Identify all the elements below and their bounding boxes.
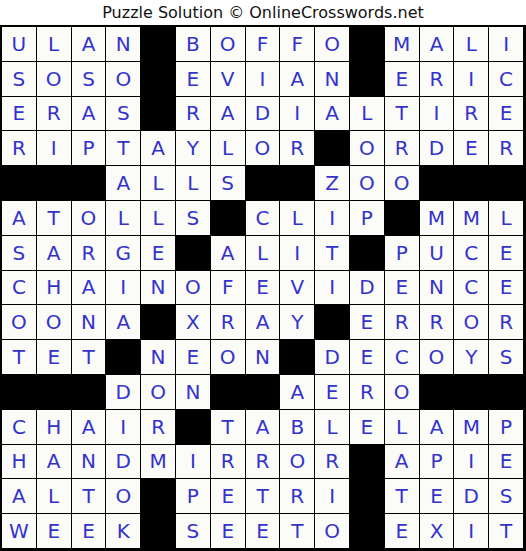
letter-cell: R (420, 62, 455, 97)
letter-cell: E (350, 410, 385, 445)
letter-cell: O (350, 131, 385, 166)
letter-cell: P (385, 236, 420, 271)
letter-cell: E (420, 479, 455, 514)
letter-cell: R (141, 410, 176, 445)
block-cell (37, 375, 72, 410)
letter-cell: O (106, 62, 141, 97)
letter-cell: N (72, 305, 107, 340)
letter-cell: O (141, 375, 176, 410)
letter-cell: S (489, 340, 524, 375)
letter-cell: E (315, 375, 350, 410)
letter-cell: L (454, 27, 489, 62)
block-cell (176, 410, 211, 445)
letter-cell: T (246, 479, 281, 514)
letter-cell: O (106, 479, 141, 514)
letter-cell: H (37, 271, 72, 306)
letter-cell: M (141, 445, 176, 480)
letter-cell: P (350, 201, 385, 236)
block-cell (141, 479, 176, 514)
letter-cell: N (106, 27, 141, 62)
block-cell (350, 236, 385, 271)
letter-cell: L (141, 166, 176, 201)
letter-cell: A (385, 445, 420, 480)
letter-cell: R (211, 445, 246, 480)
letter-cell: E (176, 340, 211, 375)
block-cell (141, 27, 176, 62)
letter-cell: R (385, 131, 420, 166)
letter-cell: E (489, 271, 524, 306)
letter-cell: Y (454, 340, 489, 375)
letter-cell: R (489, 305, 524, 340)
block-cell (350, 62, 385, 97)
letter-cell: W (2, 514, 37, 549)
letter-cell: G (106, 236, 141, 271)
letter-cell: E (454, 131, 489, 166)
letter-cell: I (315, 479, 350, 514)
block-cell (72, 375, 107, 410)
letter-cell: L (280, 201, 315, 236)
letter-cell: L (106, 201, 141, 236)
letter-cell: C (489, 62, 524, 97)
letter-cell: K (106, 514, 141, 549)
letter-cell: N (176, 375, 211, 410)
block-cell (489, 375, 524, 410)
letter-cell: M (454, 201, 489, 236)
letter-cell: N (315, 62, 350, 97)
letter-cell: T (2, 340, 37, 375)
letter-cell: O (385, 166, 420, 201)
letter-cell: V (211, 62, 246, 97)
block-cell (246, 375, 281, 410)
letter-cell: A (420, 27, 455, 62)
letter-cell: A (280, 62, 315, 97)
letter-cell: I (106, 271, 141, 306)
letter-cell: A (72, 97, 107, 132)
page-title: Puzzle Solution © OnlineCrosswords.net (102, 3, 424, 22)
letter-cell: A (106, 166, 141, 201)
letter-cell: L (489, 201, 524, 236)
letter-cell: A (37, 236, 72, 271)
letter-cell: H (37, 410, 72, 445)
letter-cell: D (106, 375, 141, 410)
block-cell (420, 375, 455, 410)
letter-cell: A (246, 410, 281, 445)
letter-cell: P (176, 479, 211, 514)
letter-cell: A (246, 305, 281, 340)
letter-cell: R (246, 445, 281, 480)
letter-cell: A (141, 131, 176, 166)
letter-cell: O (315, 27, 350, 62)
letter-cell: I (420, 97, 455, 132)
letter-cell: A (106, 305, 141, 340)
letter-cell: T (106, 131, 141, 166)
letter-cell: D (454, 479, 489, 514)
letter-cell: A (420, 410, 455, 445)
letter-cell: P (489, 410, 524, 445)
letter-cell: O (315, 514, 350, 549)
letter-cell: L (246, 236, 281, 271)
letter-cell: S (2, 236, 37, 271)
letter-cell: R (454, 97, 489, 132)
letter-cell: S (211, 166, 246, 201)
letter-cell: A (72, 271, 107, 306)
letter-cell: I (280, 97, 315, 132)
block-cell (141, 305, 176, 340)
letter-cell: I (37, 131, 72, 166)
letter-cell: P (420, 445, 455, 480)
letter-cell: E (350, 340, 385, 375)
letter-cell: I (315, 271, 350, 306)
letter-cell: O (72, 201, 107, 236)
letter-cell: C (454, 271, 489, 306)
letter-cell: S (72, 62, 107, 97)
letter-cell: B (176, 27, 211, 62)
letter-cell: A (72, 27, 107, 62)
letter-cell: E (246, 514, 281, 549)
letter-cell: Y (176, 131, 211, 166)
letter-cell: O (385, 375, 420, 410)
letter-cell: T (72, 340, 107, 375)
letter-cell: F (246, 27, 281, 62)
block-cell (280, 166, 315, 201)
letter-cell: A (211, 236, 246, 271)
letter-cell: E (211, 514, 246, 549)
letter-cell: C (454, 236, 489, 271)
block-cell (350, 445, 385, 480)
letter-cell: D (246, 97, 281, 132)
letter-cell: C (385, 340, 420, 375)
block-cell (454, 166, 489, 201)
letter-cell: O (454, 305, 489, 340)
letter-cell: S (106, 97, 141, 132)
letter-cell: I (454, 514, 489, 549)
block-cell (211, 201, 246, 236)
letter-cell: R (350, 375, 385, 410)
letter-cell: L (350, 97, 385, 132)
letter-cell: O (176, 271, 211, 306)
letter-cell: E (385, 62, 420, 97)
letter-cell: R (489, 131, 524, 166)
letter-cell: E (141, 236, 176, 271)
letter-cell: D (106, 445, 141, 480)
letter-cell: E (489, 236, 524, 271)
block-cell (315, 131, 350, 166)
letter-cell: U (2, 27, 37, 62)
letter-cell: V (280, 271, 315, 306)
letter-cell: E (489, 97, 524, 132)
letter-cell: I (246, 62, 281, 97)
letter-cell: I (454, 445, 489, 480)
block-cell (176, 236, 211, 271)
letter-cell: I (280, 236, 315, 271)
letter-cell: C (246, 201, 281, 236)
letter-cell: O (420, 340, 455, 375)
letter-cell: E (72, 514, 107, 549)
title-bar: Puzzle Solution © OnlineCrosswords.net (0, 0, 526, 25)
letter-cell: R (385, 305, 420, 340)
letter-cell: O (37, 62, 72, 97)
letter-cell: M (454, 410, 489, 445)
letter-cell: M (385, 27, 420, 62)
block-cell (141, 62, 176, 97)
letter-cell: C (2, 410, 37, 445)
letter-cell: D (350, 271, 385, 306)
block-cell (246, 166, 281, 201)
letter-cell: H (2, 445, 37, 480)
letter-cell: I (176, 445, 211, 480)
letter-cell: E (37, 514, 72, 549)
letter-cell: D (420, 131, 455, 166)
letter-cell: O (350, 166, 385, 201)
letter-cell: E (385, 271, 420, 306)
letter-cell: T (385, 479, 420, 514)
block-cell (141, 97, 176, 132)
letter-cell: L (37, 27, 72, 62)
letter-cell: N (72, 445, 107, 480)
letter-cell: O (211, 27, 246, 62)
block-cell (141, 514, 176, 549)
letter-cell: I (454, 62, 489, 97)
crossword-grid: ULANBOFFOMALISOSOEVIANERICERASRADIALTIRE… (0, 25, 526, 551)
block-cell (350, 27, 385, 62)
letter-cell: T (37, 201, 72, 236)
letter-cell: L (211, 131, 246, 166)
letter-cell: A (280, 375, 315, 410)
letter-cell: I (315, 201, 350, 236)
block-cell (489, 166, 524, 201)
letter-cell: T (211, 410, 246, 445)
letter-cell: F (211, 271, 246, 306)
letter-cell: L (141, 201, 176, 236)
letter-cell: T (315, 236, 350, 271)
letter-cell: E (246, 271, 281, 306)
letter-cell: E (37, 340, 72, 375)
letter-cell: R (176, 97, 211, 132)
block-cell (37, 166, 72, 201)
letter-cell: I (106, 410, 141, 445)
letter-cell: L (176, 166, 211, 201)
block-cell (2, 166, 37, 201)
letter-cell: O (246, 131, 281, 166)
letter-cell: S (176, 201, 211, 236)
letter-cell: L (385, 410, 420, 445)
letter-cell: P (72, 131, 107, 166)
letter-cell: E (211, 479, 246, 514)
letter-cell: D (315, 340, 350, 375)
block-cell (350, 514, 385, 549)
block-cell (72, 166, 107, 201)
block-cell (2, 375, 37, 410)
letter-cell: O (37, 305, 72, 340)
letter-cell: F (280, 27, 315, 62)
letter-cell: O (2, 305, 37, 340)
letter-cell: C (2, 271, 37, 306)
block-cell (211, 375, 246, 410)
letter-cell: Z (315, 166, 350, 201)
letter-cell: R (280, 131, 315, 166)
block-cell (454, 375, 489, 410)
letter-cell: Y (280, 305, 315, 340)
letter-cell: U (420, 236, 455, 271)
block-cell (420, 166, 455, 201)
letter-cell: T (280, 514, 315, 549)
letter-cell: T (489, 514, 524, 549)
letter-cell: R (420, 305, 455, 340)
block-cell (106, 340, 141, 375)
letter-cell: L (315, 410, 350, 445)
letter-cell: R (37, 97, 72, 132)
letter-cell: I (489, 27, 524, 62)
letter-cell: E (385, 514, 420, 549)
letter-cell: B (280, 410, 315, 445)
letter-cell: R (211, 305, 246, 340)
letter-cell: O (280, 445, 315, 480)
letter-cell: T (72, 479, 107, 514)
letter-cell: M (420, 201, 455, 236)
letter-cell: R (315, 445, 350, 480)
letter-cell: E (489, 445, 524, 480)
block-cell (385, 201, 420, 236)
letter-cell: R (280, 479, 315, 514)
letter-cell: S (489, 479, 524, 514)
letter-cell: R (2, 131, 37, 166)
letter-cell: E (2, 97, 37, 132)
block-cell (350, 479, 385, 514)
block-cell (315, 305, 350, 340)
letter-cell: E (176, 62, 211, 97)
letter-cell: A (2, 201, 37, 236)
letter-cell: X (420, 514, 455, 549)
block-cell (280, 340, 315, 375)
letter-cell: N (141, 271, 176, 306)
letter-cell: O (211, 340, 246, 375)
letter-cell: S (176, 514, 211, 549)
crossword-solution-page: Puzzle Solution © OnlineCrosswords.net U… (0, 0, 526, 551)
letter-cell: X (176, 305, 211, 340)
letter-cell: L (37, 479, 72, 514)
letter-cell: A (2, 479, 37, 514)
letter-cell: N (420, 271, 455, 306)
letter-cell: N (141, 340, 176, 375)
letter-cell: R (72, 236, 107, 271)
letter-cell: A (37, 445, 72, 480)
letter-cell: T (385, 97, 420, 132)
letter-cell: A (211, 97, 246, 132)
letter-cell: E (350, 305, 385, 340)
letter-cell: A (315, 97, 350, 132)
letter-cell: S (2, 62, 37, 97)
letter-cell: N (246, 340, 281, 375)
letter-cell: A (72, 410, 107, 445)
